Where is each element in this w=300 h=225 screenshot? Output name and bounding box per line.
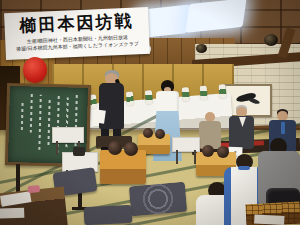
- pink-item: [27, 185, 40, 193]
- announcer-papers: [93, 109, 106, 123]
- ink-brush-stroke: [248, 97, 261, 105]
- floor-cushion: [129, 182, 187, 217]
- miko-white-top: [156, 91, 179, 113]
- papers: [0, 208, 24, 219]
- red-paper-lantern: [23, 57, 47, 83]
- go-bowl: [108, 141, 122, 155]
- go-board-corner: [245, 202, 300, 225]
- chalk-writing: [38, 95, 41, 150]
- prize-bottle: [200, 86, 208, 101]
- shirt-collar: [238, 166, 250, 170]
- table-leg: [176, 150, 178, 164]
- papers: [254, 214, 284, 225]
- floor-cushion: [84, 205, 133, 225]
- go-bowl: [124, 142, 138, 156]
- chalk-writing: [21, 100, 24, 130]
- papers: [0, 191, 31, 207]
- ceiling-vent: [264, 34, 278, 46]
- side-table: [52, 127, 84, 143]
- go-bowl: [155, 129, 165, 139]
- prize-bottle: [218, 84, 226, 99]
- table-leg: [56, 141, 58, 155]
- seated-official-1: [197, 112, 223, 150]
- go-bowl: [143, 128, 153, 138]
- go-board: [100, 150, 146, 184]
- ceiling-vent: [196, 44, 207, 53]
- event-banner: 櫛田本因坊戦 主催/櫛田神社・西日本新聞社・九州朝日放送 後援/日本棋院九州本部…: [4, 7, 150, 60]
- go-bowl: [202, 145, 214, 157]
- official-tie: [281, 122, 285, 134]
- chalk-writing: [47, 99, 50, 145]
- seated-official-2: [226, 106, 256, 150]
- ceiling-light: [185, 0, 246, 33]
- go-tournament-hall-photo: 櫛田本因坊戦 主催/櫛田神社・西日本新聞社・九州朝日放送 後援/日本棋院九州本部…: [0, 0, 300, 225]
- registration-table: [0, 186, 68, 225]
- side-table: [172, 137, 200, 152]
- chalk-writing: [30, 93, 33, 133]
- dark-object: [73, 147, 85, 156]
- go-board-set-front: [100, 150, 146, 184]
